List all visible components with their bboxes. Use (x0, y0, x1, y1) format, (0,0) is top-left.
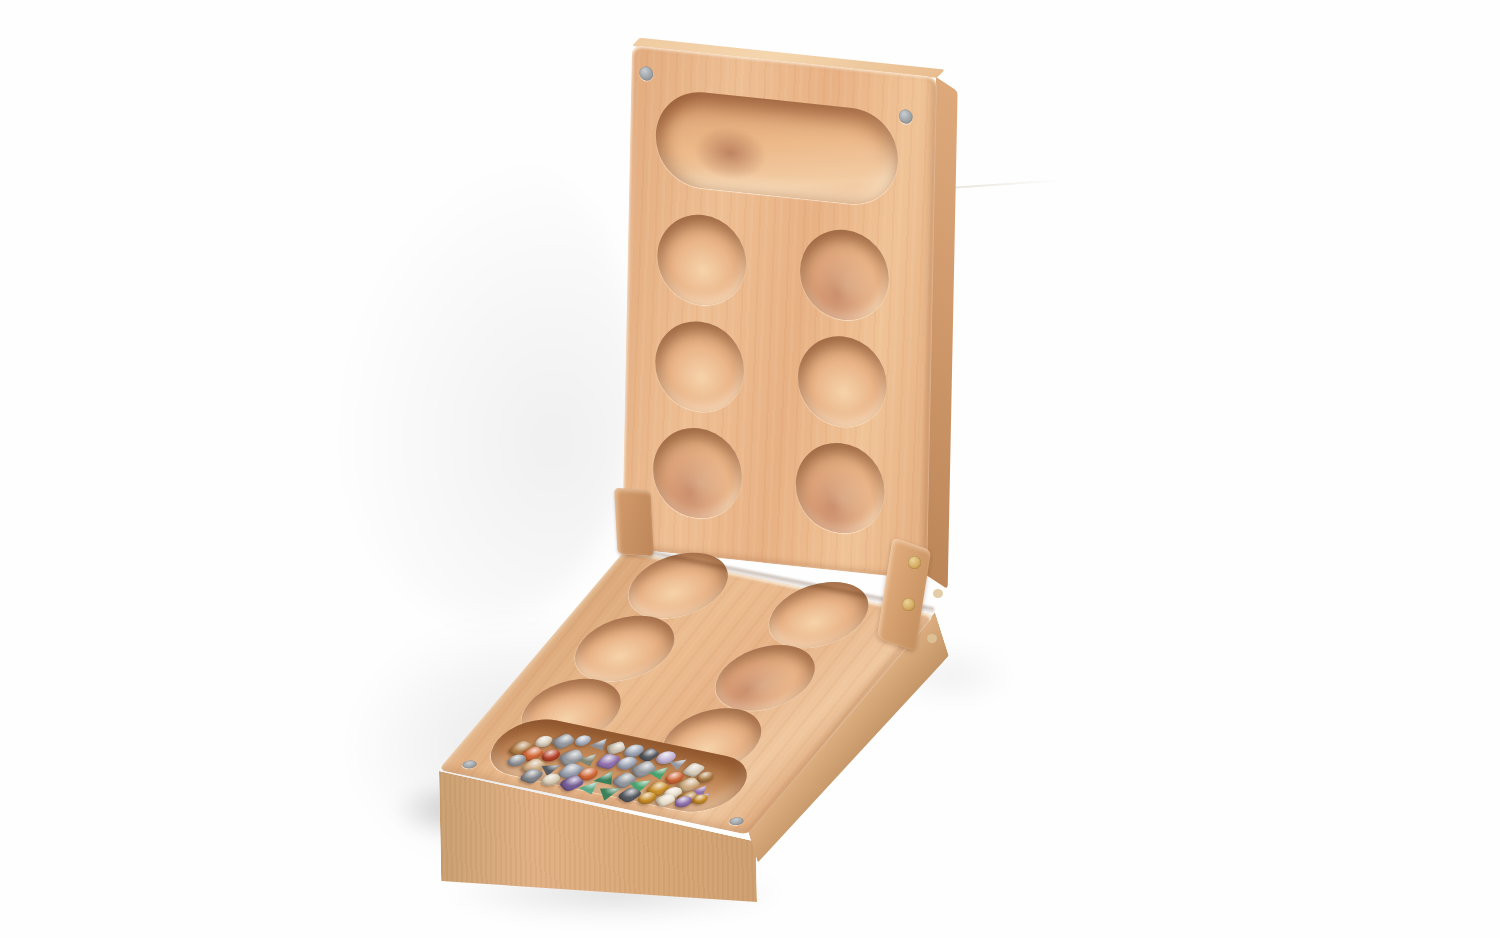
magnet-top-right (899, 109, 913, 124)
brass-hinge-pin (902, 598, 915, 611)
pit-t3-left-middle[interactable] (654, 317, 744, 416)
brass-hinge-pin (908, 556, 921, 569)
magnet-bottom-right (727, 816, 746, 826)
pit-t2-right-near-store[interactable] (799, 226, 889, 325)
wood-dowel (927, 634, 937, 643)
wood-knot (689, 119, 773, 187)
pit-t1-left-near-store[interactable] (656, 211, 746, 310)
top-half-pit-grid (625, 200, 917, 549)
hinge-knuckle-left (614, 488, 654, 556)
pit-t5-left-near-hinge[interactable] (652, 423, 742, 522)
pit-b4-right-middle[interactable] (696, 637, 833, 717)
pit-b3-left-middle[interactable] (556, 608, 693, 688)
cast-shadow-wall (330, 150, 640, 620)
magnet-top-left (639, 66, 653, 81)
store-top-half[interactable] (655, 88, 899, 209)
mancala-board-photo (0, 0, 1500, 938)
magnet-bottom-left (460, 759, 479, 769)
backdrop-seam (952, 179, 1062, 189)
board-top-half (622, 45, 937, 580)
pit-t4-right-middle[interactable] (797, 332, 887, 431)
pit-t6-right-near-hinge[interactable] (794, 438, 884, 537)
wood-dowel (933, 589, 943, 598)
